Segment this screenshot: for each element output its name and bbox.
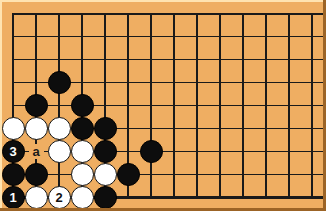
bevel-bottom-shadow (0, 208, 326, 211)
stone-black-col4-row6 (71, 117, 94, 140)
stone-white-col4-row7 (71, 140, 94, 163)
stone-black-col1-row7-move3: 3 (2, 140, 25, 163)
grid-vline-col12 (265, 13, 267, 200)
grid-vline-col8 (173, 13, 175, 200)
stone-move-number: 3 (9, 145, 16, 158)
stone-black-col5-row6 (94, 117, 117, 140)
stone-black-col6-row8 (117, 163, 140, 186)
point-label-a-col2-row7: a (29, 144, 44, 159)
stone-black-col5-row9 (94, 186, 117, 209)
stone-move-number: 1 (9, 191, 16, 204)
grid-vline-col14 (311, 13, 313, 200)
stone-black-col2-row5 (25, 94, 48, 117)
stone-white-col4-row8 (71, 163, 94, 186)
stone-move-number: 2 (55, 191, 62, 204)
stone-white-col3-row9-move2: 2 (48, 186, 71, 209)
grid-vline-col10 (219, 13, 221, 200)
stone-black-col3-row4 (48, 71, 71, 94)
stone-black-col1-row9-move1: 1 (2, 186, 25, 209)
stone-black-col5-row7 (94, 140, 117, 163)
stone-white-col2-row6 (25, 117, 48, 140)
go-board: 312a (0, 0, 326, 211)
stone-black-col1-row8 (2, 163, 25, 186)
grid-vline-col13 (288, 13, 290, 200)
bevel-left-highlight (0, 0, 2, 211)
grid-vline-col3 (58, 13, 60, 200)
stone-white-col4-row9 (71, 186, 94, 209)
grid-vline-col7 (150, 13, 152, 200)
stone-white-col1-row6 (2, 117, 25, 140)
stone-black-col4-row5 (71, 94, 94, 117)
stone-black-col7-row7 (140, 140, 163, 163)
grid-vline-col9 (196, 13, 198, 200)
bevel-top-highlight (0, 0, 326, 2)
stone-white-col2-row9 (25, 186, 48, 209)
stone-white-col3-row6 (48, 117, 71, 140)
stone-white-col5-row8 (94, 163, 117, 186)
stone-white-col3-row7 (48, 140, 71, 163)
grid-vline-col11 (242, 13, 244, 200)
go-diagram-image: 312a (0, 0, 326, 211)
stone-black-col2-row8 (25, 163, 48, 186)
